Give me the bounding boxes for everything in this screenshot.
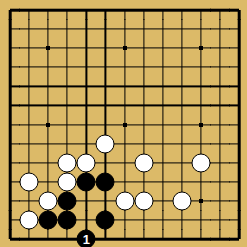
intersection-G13[interactable] <box>115 0 134 19</box>
intersection-H12[interactable] <box>134 20 153 39</box>
intersection-F13[interactable] <box>96 0 115 19</box>
intersection-A6[interactable] <box>0 134 19 153</box>
intersection-L7[interactable] <box>191 115 210 134</box>
intersection-N6[interactable] <box>230 134 247 153</box>
intersection-D11[interactable] <box>58 39 77 58</box>
intersection-G10[interactable] <box>115 58 134 77</box>
intersection-E3[interactable] <box>77 191 96 210</box>
intersection-H2[interactable] <box>134 210 153 229</box>
black-stone <box>58 211 77 230</box>
intersection-J3[interactable] <box>153 191 172 210</box>
white-stone <box>20 211 39 230</box>
intersection-H8[interactable] <box>134 96 153 115</box>
intersection-A4[interactable] <box>0 172 19 191</box>
intersection-D6[interactable] <box>58 134 77 153</box>
intersection-K5[interactable] <box>172 153 191 172</box>
intersection-A5[interactable] <box>0 153 19 172</box>
intersection-N1[interactable] <box>230 230 247 247</box>
intersection-A9[interactable] <box>0 77 19 96</box>
white-stone <box>20 172 39 191</box>
intersection-H7[interactable] <box>134 115 153 134</box>
intersection-L9[interactable] <box>191 77 210 96</box>
white-stone <box>115 191 134 210</box>
intersection-F2[interactable] <box>96 210 115 229</box>
intersection-C11[interactable] <box>39 39 58 58</box>
intersection-N9[interactable] <box>230 77 247 96</box>
intersection-C10[interactable] <box>39 58 58 77</box>
intersection-D12[interactable] <box>58 20 77 39</box>
black-stone-move-1: 1 <box>77 230 96 247</box>
white-stone <box>58 172 77 191</box>
intersection-B5[interactable] <box>20 153 39 172</box>
intersection-M7[interactable] <box>210 115 229 134</box>
intersection-G3[interactable] <box>115 191 134 210</box>
intersection-C7[interactable] <box>39 115 58 134</box>
intersection-M4[interactable] <box>210 172 229 191</box>
star-point <box>123 46 127 50</box>
intersection-F9[interactable] <box>96 77 115 96</box>
intersection-G7[interactable] <box>115 115 134 134</box>
intersection-G8[interactable] <box>115 96 134 115</box>
intersection-N12[interactable] <box>230 20 247 39</box>
intersection-K2[interactable] <box>172 210 191 229</box>
intersection-L4[interactable] <box>191 172 210 191</box>
black-stone <box>96 211 115 230</box>
intersection-D13[interactable] <box>58 0 77 19</box>
intersection-D10[interactable] <box>58 58 77 77</box>
intersection-K13[interactable] <box>172 0 191 19</box>
intersection-D3[interactable] <box>58 191 77 210</box>
black-stone <box>58 191 77 210</box>
intersection-K6[interactable] <box>172 134 191 153</box>
intersection-F6[interactable] <box>96 134 115 153</box>
intersection-G6[interactable] <box>115 134 134 153</box>
black-stone <box>39 211 58 230</box>
intersection-L2[interactable] <box>191 210 210 229</box>
intersection-C4[interactable] <box>39 172 58 191</box>
intersection-J10[interactable] <box>153 58 172 77</box>
intersection-E13[interactable] <box>77 0 96 19</box>
intersection-A12[interactable] <box>0 20 19 39</box>
intersection-G4[interactable] <box>115 172 134 191</box>
intersection-B6[interactable] <box>20 134 39 153</box>
intersection-N3[interactable] <box>230 191 247 210</box>
intersection-E9[interactable] <box>77 77 96 96</box>
intersection-A2[interactable] <box>0 210 19 229</box>
intersection-M8[interactable] <box>210 96 229 115</box>
intersection-K8[interactable] <box>172 96 191 115</box>
intersection-H6[interactable] <box>134 134 153 153</box>
intersection-E4[interactable] <box>77 172 96 191</box>
intersection-M5[interactable] <box>210 153 229 172</box>
intersection-L11[interactable] <box>191 39 210 58</box>
intersection-L13[interactable] <box>191 0 210 19</box>
intersection-H1[interactable] <box>134 230 153 247</box>
intersection-E5[interactable] <box>77 153 96 172</box>
intersection-L8[interactable] <box>191 96 210 115</box>
intersection-K7[interactable] <box>172 115 191 134</box>
black-stone <box>77 172 96 191</box>
intersection-A7[interactable] <box>0 115 19 134</box>
intersection-E6[interactable] <box>77 134 96 153</box>
intersection-E2[interactable] <box>77 210 96 229</box>
intersection-J12[interactable] <box>153 20 172 39</box>
intersection-J8[interactable] <box>153 96 172 115</box>
intersection-D5[interactable] <box>58 153 77 172</box>
star-point <box>46 46 50 50</box>
intersection-N4[interactable] <box>230 172 247 191</box>
intersection-C3[interactable] <box>39 191 58 210</box>
intersection-D4[interactable] <box>58 172 77 191</box>
intersection-K1[interactable] <box>172 230 191 247</box>
intersection-N11[interactable] <box>230 39 247 58</box>
white-stone <box>96 134 115 153</box>
intersection-K4[interactable] <box>172 172 191 191</box>
intersection-G2[interactable] <box>115 210 134 229</box>
intersection-N2[interactable] <box>230 210 247 229</box>
intersection-G1[interactable] <box>115 230 134 247</box>
intersection-D9[interactable] <box>58 77 77 96</box>
black-stone <box>96 172 115 191</box>
intersection-M6[interactable] <box>210 134 229 153</box>
intersection-B13[interactable] <box>20 0 39 19</box>
intersection-C8[interactable] <box>39 96 58 115</box>
intersection-B10[interactable] <box>20 58 39 77</box>
intersection-M2[interactable] <box>210 210 229 229</box>
intersection-A1[interactable] <box>0 230 19 247</box>
intersection-B8[interactable] <box>20 96 39 115</box>
white-stone <box>134 153 153 172</box>
intersection-B7[interactable] <box>20 115 39 134</box>
star-point <box>199 199 203 203</box>
intersection-F8[interactable] <box>96 96 115 115</box>
intersection-F1[interactable] <box>96 230 115 247</box>
intersection-J4[interactable] <box>153 172 172 191</box>
intersection-E12[interactable] <box>77 20 96 39</box>
intersection-F10[interactable] <box>96 58 115 77</box>
intersection-C9[interactable] <box>39 77 58 96</box>
intersection-M10[interactable] <box>210 58 229 77</box>
intersection-L3[interactable] <box>191 191 210 210</box>
intersection-A13[interactable] <box>0 0 19 19</box>
star-point <box>199 46 203 50</box>
intersection-J11[interactable] <box>153 39 172 58</box>
intersection-H10[interactable] <box>134 58 153 77</box>
white-stone <box>39 191 58 210</box>
intersection-D8[interactable] <box>58 96 77 115</box>
intersection-A11[interactable] <box>0 39 19 58</box>
intersection-G12[interactable] <box>115 20 134 39</box>
intersection-J5[interactable] <box>153 153 172 172</box>
intersection-F12[interactable] <box>96 20 115 39</box>
intersection-M3[interactable] <box>210 191 229 210</box>
intersection-D2[interactable] <box>58 210 77 229</box>
white-stone <box>134 191 153 210</box>
intersection-J6[interactable] <box>153 134 172 153</box>
intersection-C13[interactable] <box>39 0 58 19</box>
intersection-L10[interactable] <box>191 58 210 77</box>
star-point <box>123 123 127 127</box>
intersection-G9[interactable] <box>115 77 134 96</box>
intersection-A10[interactable] <box>0 58 19 77</box>
intersection-G5[interactable] <box>115 153 134 172</box>
intersection-H5[interactable] <box>134 153 153 172</box>
intersection-N7[interactable] <box>230 115 247 134</box>
intersection-E10[interactable] <box>77 58 96 77</box>
white-stone <box>191 153 210 172</box>
white-stone <box>58 153 77 172</box>
star-point <box>199 123 203 127</box>
intersection-L12[interactable] <box>191 20 210 39</box>
star-point <box>46 123 50 127</box>
move-number-label: 1 <box>83 233 90 246</box>
intersection-K9[interactable] <box>172 77 191 96</box>
intersection-M11[interactable] <box>210 39 229 58</box>
intersection-J9[interactable] <box>153 77 172 96</box>
intersection-B1[interactable] <box>20 230 39 247</box>
intersection-J1[interactable] <box>153 230 172 247</box>
intersection-D1[interactable] <box>58 230 77 247</box>
intersection-B4[interactable] <box>20 172 39 191</box>
intersection-K12[interactable] <box>172 20 191 39</box>
go-board: 1 <box>0 0 247 247</box>
intersection-J7[interactable] <box>153 115 172 134</box>
intersection-E1[interactable]: 1 <box>77 230 96 247</box>
intersection-L5[interactable] <box>191 153 210 172</box>
intersection-C12[interactable] <box>39 20 58 39</box>
intersection-B9[interactable] <box>20 77 39 96</box>
intersection-B3[interactable] <box>20 191 39 210</box>
intersection-B11[interactable] <box>20 39 39 58</box>
intersection-A8[interactable] <box>0 96 19 115</box>
intersection-G11[interactable] <box>115 39 134 58</box>
intersection-J2[interactable] <box>153 210 172 229</box>
intersection-C6[interactable] <box>39 134 58 153</box>
white-stone <box>172 191 191 210</box>
intersection-F4[interactable] <box>96 172 115 191</box>
intersection-B2[interactable] <box>20 210 39 229</box>
intersection-H13[interactable] <box>134 0 153 19</box>
intersection-C2[interactable] <box>39 210 58 229</box>
intersection-K10[interactable] <box>172 58 191 77</box>
intersection-L1[interactable] <box>191 230 210 247</box>
intersection-M1[interactable] <box>210 230 229 247</box>
intersection-N13[interactable] <box>230 0 247 19</box>
intersection-F3[interactable] <box>96 191 115 210</box>
intersection-M9[interactable] <box>210 77 229 96</box>
intersection-H4[interactable] <box>134 172 153 191</box>
intersection-L6[interactable] <box>191 134 210 153</box>
intersection-E11[interactable] <box>77 39 96 58</box>
intersection-F5[interactable] <box>96 153 115 172</box>
intersection-D7[interactable] <box>58 115 77 134</box>
intersection-K3[interactable] <box>172 191 191 210</box>
intersection-H3[interactable] <box>134 191 153 210</box>
intersection-J13[interactable] <box>153 0 172 19</box>
intersection-M12[interactable] <box>210 20 229 39</box>
intersection-B12[interactable] <box>20 20 39 39</box>
intersection-K11[interactable] <box>172 39 191 58</box>
intersection-N10[interactable] <box>230 58 247 77</box>
intersection-N5[interactable] <box>230 153 247 172</box>
intersection-M13[interactable] <box>210 0 229 19</box>
intersection-H11[interactable] <box>134 39 153 58</box>
intersection-F11[interactable] <box>96 39 115 58</box>
goban: 1 <box>0 0 247 247</box>
intersection-E8[interactable] <box>77 96 96 115</box>
white-stone <box>77 153 96 172</box>
intersection-C1[interactable] <box>39 230 58 247</box>
intersection-H9[interactable] <box>134 77 153 96</box>
intersection-C5[interactable] <box>39 153 58 172</box>
intersection-A3[interactable] <box>0 191 19 210</box>
intersection-E7[interactable] <box>77 115 96 134</box>
intersection-N8[interactable] <box>230 96 247 115</box>
intersection-F7[interactable] <box>96 115 115 134</box>
